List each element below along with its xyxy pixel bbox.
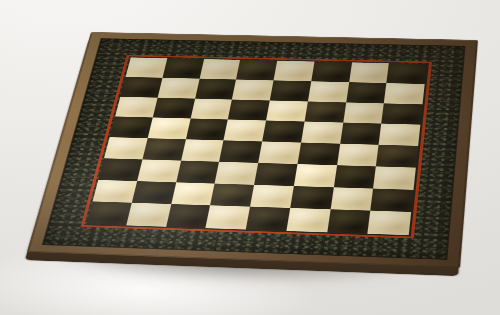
square-g3 xyxy=(333,165,376,188)
chessboard xyxy=(27,32,478,268)
square-f8 xyxy=(311,62,352,83)
square-b4 xyxy=(142,138,185,160)
square-a1 xyxy=(87,202,132,226)
square-c5 xyxy=(185,119,228,141)
square-h5 xyxy=(379,124,421,146)
square-e7 xyxy=(270,80,311,101)
square-f1 xyxy=(286,208,330,232)
square-f7 xyxy=(308,81,349,102)
square-c1 xyxy=(166,204,211,228)
square-d4 xyxy=(219,140,262,162)
square-a6 xyxy=(115,96,157,117)
square-a3 xyxy=(98,158,142,181)
square-d2 xyxy=(210,183,254,206)
square-b6 xyxy=(152,97,194,118)
square-f5 xyxy=(301,122,343,144)
square-b8 xyxy=(162,58,203,78)
square-b5 xyxy=(147,118,190,140)
square-e3 xyxy=(254,163,297,186)
square-h7 xyxy=(384,83,425,104)
square-f2 xyxy=(290,186,333,210)
square-d7 xyxy=(232,79,273,100)
square-g2 xyxy=(330,187,373,211)
board-grid xyxy=(87,57,427,235)
square-g5 xyxy=(340,123,382,145)
square-f4 xyxy=(297,143,339,166)
square-e6 xyxy=(266,100,308,121)
product-photo xyxy=(0,0,500,315)
square-a7 xyxy=(120,77,162,98)
square-a4 xyxy=(104,137,147,159)
square-c8 xyxy=(199,59,240,79)
square-c3 xyxy=(176,160,220,183)
square-a8 xyxy=(126,57,167,77)
square-c7 xyxy=(195,78,237,99)
square-h1 xyxy=(368,211,412,235)
square-g4 xyxy=(337,144,379,167)
square-h2 xyxy=(371,188,414,212)
square-h4 xyxy=(376,145,418,168)
square-b1 xyxy=(126,203,171,227)
square-h8 xyxy=(387,63,427,84)
square-b3 xyxy=(137,159,181,182)
square-c6 xyxy=(190,98,232,119)
square-f3 xyxy=(294,164,337,187)
square-d3 xyxy=(215,162,258,185)
square-e5 xyxy=(262,121,304,143)
square-e4 xyxy=(258,141,301,163)
square-f6 xyxy=(304,101,345,122)
square-d5 xyxy=(224,120,266,142)
square-c2 xyxy=(171,182,215,205)
square-b2 xyxy=(132,181,176,204)
square-d8 xyxy=(236,60,277,80)
square-g6 xyxy=(343,102,384,124)
square-e1 xyxy=(246,207,290,231)
square-b7 xyxy=(157,78,199,99)
square-h3 xyxy=(373,166,416,189)
square-g1 xyxy=(327,209,371,233)
square-d1 xyxy=(206,205,250,229)
square-e2 xyxy=(250,185,294,209)
square-e8 xyxy=(274,61,315,81)
square-a5 xyxy=(110,117,153,139)
square-g8 xyxy=(349,62,389,83)
square-h6 xyxy=(381,103,422,125)
square-g7 xyxy=(346,82,387,103)
square-c4 xyxy=(181,139,224,161)
square-a2 xyxy=(92,180,136,203)
square-d6 xyxy=(228,99,270,120)
